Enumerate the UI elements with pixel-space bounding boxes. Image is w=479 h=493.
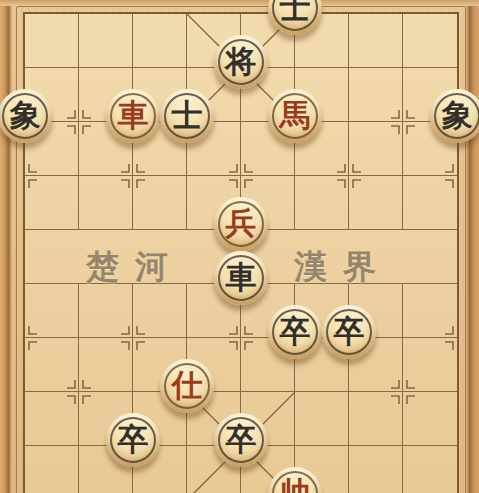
board-cell: [79, 176, 133, 230]
board-cell: [349, 68, 403, 122]
piece-black-soldier[interactable]: 卒: [106, 413, 160, 467]
board-cell: [79, 338, 133, 392]
board-cell: [133, 14, 187, 68]
board-cell: [25, 392, 79, 446]
piece-red-horse[interactable]: 馬: [268, 89, 322, 143]
piece-red-soldier[interactable]: 兵: [214, 197, 268, 251]
board-edge-right: [466, 0, 479, 493]
piece-glyph: 卒: [226, 424, 257, 455]
piece-black-general[interactable]: 将: [214, 35, 268, 89]
piece-glyph: 車: [226, 262, 257, 293]
river-label-hanjie: 漢界: [268, 246, 418, 288]
board-cell: [79, 284, 133, 338]
board-cell: [349, 392, 403, 446]
board-cell: [25, 446, 79, 493]
board-edge-left: [0, 0, 12, 493]
board-cell: [79, 14, 133, 68]
piece-red-advisor[interactable]: 仕: [160, 359, 214, 413]
piece-black-elephant[interactable]: 象: [0, 89, 52, 143]
piece-black-chariot[interactable]: 車: [214, 251, 268, 305]
board-cell: [295, 392, 349, 446]
piece-black-soldier[interactable]: 卒: [268, 305, 322, 359]
board-cell: [403, 284, 457, 338]
board-cell: [403, 176, 457, 230]
board-cell: [295, 176, 349, 230]
piece-black-soldier[interactable]: 卒: [322, 305, 376, 359]
piece-glyph: 士: [172, 100, 203, 131]
piece-black-soldier[interactable]: 卒: [214, 413, 268, 467]
board-cell: [25, 284, 79, 338]
board-cell: [403, 338, 457, 392]
board-cell: [403, 446, 457, 493]
piece-glyph: 象: [442, 100, 473, 131]
piece-glyph: 兵: [226, 208, 257, 239]
board-cell: [349, 176, 403, 230]
piece-glyph: 馬: [280, 100, 311, 131]
piece-glyph: 卒: [280, 316, 311, 347]
board-cell: [403, 392, 457, 446]
piece-black-elephant[interactable]: 象: [430, 89, 479, 143]
xiangqi-board: 楚河 漢界 士将象車士馬象兵車卒卒仕卒卒帅: [0, 0, 479, 493]
piece-glyph: 卒: [334, 316, 365, 347]
piece-black-advisor[interactable]: 士: [160, 89, 214, 143]
piece-glyph: 仕: [172, 370, 203, 401]
river-label-chuhe: 楚河: [60, 246, 210, 288]
piece-glyph: 車: [118, 100, 149, 131]
piece-glyph: 帅: [280, 478, 311, 493]
board-cell: [133, 176, 187, 230]
board-cell: [25, 176, 79, 230]
board-cell: [25, 14, 79, 68]
piece-glyph: 卒: [118, 424, 149, 455]
board-cell: [349, 14, 403, 68]
piece-glyph: 士: [280, 0, 311, 23]
piece-glyph: 象: [10, 100, 41, 131]
board-cell: [349, 122, 403, 176]
board-cell: [403, 14, 457, 68]
piece-glyph: 将: [226, 46, 257, 77]
board-cell: [133, 284, 187, 338]
board-cell: [25, 338, 79, 392]
board-cell: [349, 446, 403, 493]
piece-red-chariot[interactable]: 車: [106, 89, 160, 143]
